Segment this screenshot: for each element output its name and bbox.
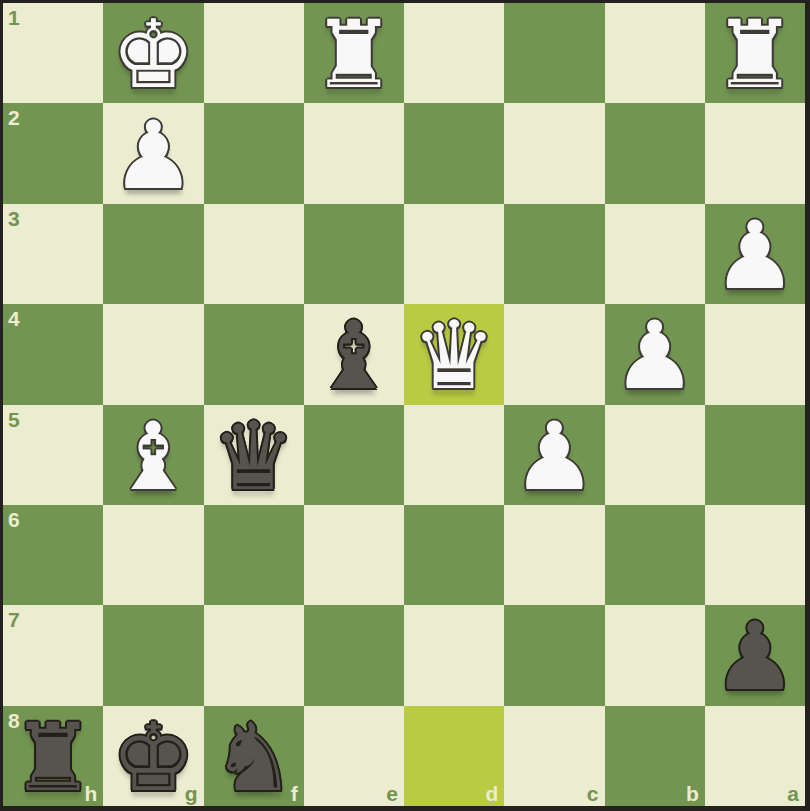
square-c6[interactable] — [504, 505, 604, 605]
square-a1[interactable]: ♜ — [705, 3, 805, 103]
square-c4[interactable] — [504, 304, 604, 404]
square-e2[interactable] — [304, 103, 404, 203]
square-c5[interactable]: ♟ — [504, 405, 604, 505]
white-pawn[interactable]: ♟ — [713, 209, 797, 303]
file-label-d: d — [485, 782, 498, 805]
square-e3[interactable] — [304, 204, 404, 304]
square-e4[interactable]: ♝ — [304, 304, 404, 404]
square-a7[interactable]: ♟ — [705, 605, 805, 705]
square-e7[interactable] — [304, 605, 404, 705]
file-label-e: e — [386, 782, 398, 805]
square-d5[interactable] — [404, 405, 504, 505]
square-b1[interactable] — [605, 3, 705, 103]
square-d6[interactable] — [404, 505, 504, 605]
rank-label-6: 6 — [8, 508, 20, 531]
square-a5[interactable] — [705, 405, 805, 505]
square-a2[interactable] — [705, 103, 805, 203]
white-queen[interactable]: ♛ — [412, 309, 496, 403]
square-d8[interactable]: d — [404, 706, 504, 806]
square-c2[interactable] — [504, 103, 604, 203]
square-d3[interactable] — [404, 204, 504, 304]
chess-board: 1♚♜♜2♟3♟4♝♛♟5♝♛♟67♟8h♜g♚f♞edcba — [3, 3, 805, 806]
square-b2[interactable] — [605, 103, 705, 203]
square-e5[interactable] — [304, 405, 404, 505]
square-e1[interactable]: ♜ — [304, 3, 404, 103]
square-g1[interactable]: ♚ — [103, 3, 203, 103]
rank-label-3: 3 — [8, 207, 20, 230]
file-label-h: h — [84, 782, 97, 805]
white-pawn[interactable]: ♟ — [512, 410, 596, 504]
square-b5[interactable] — [605, 405, 705, 505]
square-h2[interactable]: 2 — [3, 103, 103, 203]
square-c3[interactable] — [504, 204, 604, 304]
square-e6[interactable] — [304, 505, 404, 605]
square-f1[interactable] — [204, 3, 304, 103]
file-label-f: f — [291, 782, 298, 805]
square-d4[interactable]: ♛ — [404, 304, 504, 404]
square-a4[interactable] — [705, 304, 805, 404]
square-d2[interactable] — [404, 103, 504, 203]
square-f4[interactable] — [204, 304, 304, 404]
square-c1[interactable] — [504, 3, 604, 103]
square-h6[interactable]: 6 — [3, 505, 103, 605]
chess-board-frame: 1♚♜♜2♟3♟4♝♛♟5♝♛♟67♟8h♜g♚f♞edcba — [0, 0, 810, 811]
square-a6[interactable] — [705, 505, 805, 605]
file-label-c: c — [587, 782, 599, 805]
square-f3[interactable] — [204, 204, 304, 304]
square-c7[interactable] — [504, 605, 604, 705]
square-f7[interactable] — [204, 605, 304, 705]
white-pawn[interactable]: ♟ — [111, 109, 195, 203]
file-label-g: g — [185, 782, 198, 805]
square-b8[interactable]: b — [605, 706, 705, 806]
rank-label-4: 4 — [8, 307, 20, 330]
square-h3[interactable]: 3 — [3, 204, 103, 304]
square-g4[interactable] — [103, 304, 203, 404]
white-pawn[interactable]: ♟ — [612, 309, 696, 403]
square-g5[interactable]: ♝ — [103, 405, 203, 505]
square-b6[interactable] — [605, 505, 705, 605]
square-b4[interactable]: ♟ — [605, 304, 705, 404]
black-queen[interactable]: ♛ — [211, 410, 295, 504]
black-king[interactable]: ♚ — [111, 711, 195, 805]
square-h4[interactable]: 4 — [3, 304, 103, 404]
square-b7[interactable] — [605, 605, 705, 705]
rank-label-7: 7 — [8, 608, 20, 631]
file-label-a: a — [787, 782, 799, 805]
white-rook[interactable]: ♜ — [713, 8, 797, 102]
black-rook[interactable]: ♜ — [11, 711, 95, 805]
square-g7[interactable] — [103, 605, 203, 705]
rank-label-1: 1 — [8, 6, 20, 29]
square-d1[interactable] — [404, 3, 504, 103]
square-a8[interactable]: a — [705, 706, 805, 806]
white-rook[interactable]: ♜ — [312, 8, 396, 102]
square-h7[interactable]: 7 — [3, 605, 103, 705]
black-knight[interactable]: ♞ — [211, 711, 295, 805]
rank-label-8: 8 — [8, 709, 20, 732]
square-b3[interactable] — [605, 204, 705, 304]
square-f5[interactable]: ♛ — [204, 405, 304, 505]
square-a3[interactable]: ♟ — [705, 204, 805, 304]
square-d7[interactable] — [404, 605, 504, 705]
square-h8[interactable]: 8h♜ — [3, 706, 103, 806]
square-g3[interactable] — [103, 204, 203, 304]
square-f2[interactable] — [204, 103, 304, 203]
square-g2[interactable]: ♟ — [103, 103, 203, 203]
square-g8[interactable]: g♚ — [103, 706, 203, 806]
black-bishop[interactable]: ♝ — [312, 309, 396, 403]
square-f8[interactable]: f♞ — [204, 706, 304, 806]
square-g6[interactable] — [103, 505, 203, 605]
white-bishop[interactable]: ♝ — [111, 410, 195, 504]
square-h1[interactable]: 1 — [3, 3, 103, 103]
rank-label-5: 5 — [8, 408, 20, 431]
file-label-b: b — [686, 782, 699, 805]
rank-label-2: 2 — [8, 106, 20, 129]
square-f6[interactable] — [204, 505, 304, 605]
black-pawn[interactable]: ♟ — [713, 610, 797, 704]
square-c8[interactable]: c — [504, 706, 604, 806]
square-e8[interactable]: e — [304, 706, 404, 806]
white-king[interactable]: ♚ — [111, 8, 195, 102]
square-h5[interactable]: 5 — [3, 405, 103, 505]
